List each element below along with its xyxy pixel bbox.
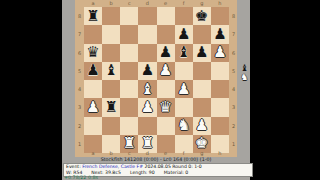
square-f7[interactable]: ♟ — [175, 25, 193, 43]
piece-black-pawn[interactable]: ♟ — [177, 27, 190, 42]
file-label-g: g — [193, 150, 211, 157]
rank-labels-right: 87654321 — [230, 7, 237, 153]
square-h8[interactable] — [211, 7, 229, 25]
square-c7[interactable] — [120, 25, 138, 43]
piece-white-pawn[interactable]: ♟ — [213, 45, 226, 60]
square-a3[interactable]: ♟ — [84, 98, 102, 116]
rank-label-2: 2 — [230, 117, 237, 135]
square-g7[interactable] — [193, 25, 211, 43]
square-f3[interactable] — [175, 98, 193, 116]
rank-label-6: 6 — [230, 44, 237, 62]
rank-label-8: 8 — [75, 7, 84, 25]
square-f8[interactable] — [175, 7, 193, 25]
video-frame: abcdefgh 87654321 87654321 ♜♚♟♟♛♟♝♟♟♟♝♟♟… — [0, 0, 320, 180]
stat-next-move: Next: 39.Bc5 — [91, 170, 121, 175]
rank-label-5: 5 — [230, 62, 237, 80]
rank-label-2: 2 — [75, 117, 84, 135]
piece-black-bishop[interactable]: ♝ — [177, 45, 190, 60]
piece-white-pawn[interactable]: ♟ — [177, 82, 190, 97]
stat-length: Length: 90 — [130, 170, 155, 175]
square-a7[interactable] — [84, 25, 102, 43]
chess-gui-panel: abcdefgh 87654321 87654321 ♜♚♟♟♛♟♝♟♟♟♝♟♟… — [62, 0, 250, 180]
square-e3[interactable]: ♛ — [157, 98, 175, 116]
piece-black-king[interactable]: ♚ — [195, 9, 208, 24]
square-a6[interactable]: ♛ — [84, 44, 102, 62]
square-b3[interactable]: ♜ — [102, 98, 120, 116]
stat-material: Material: 0 — [164, 170, 189, 175]
square-e4[interactable] — [157, 80, 175, 98]
square-b5[interactable]: ♝ — [102, 62, 120, 80]
square-g3[interactable] — [193, 98, 211, 116]
piece-black-rook[interactable]: ♜ — [104, 100, 117, 115]
piece-white-pawn[interactable]: ♟ — [159, 63, 172, 78]
square-h3[interactable] — [211, 98, 229, 116]
material-imbalance-tray: ♝ ♞ — [239, 64, 250, 82]
rank-label-1: 1 — [75, 135, 84, 153]
rank-label-4: 4 — [75, 80, 84, 98]
square-d5[interactable]: ♟ — [138, 62, 156, 80]
square-b4[interactable] — [102, 80, 120, 98]
piece-white-queen[interactable]: ♛ — [159, 100, 172, 115]
square-g5[interactable] — [193, 62, 211, 80]
engine-eval-text: +0.78/22 0.8s — [64, 175, 98, 180]
piece-black-pawn[interactable]: ♟ — [86, 63, 99, 78]
file-label-f: f — [175, 150, 193, 157]
file-label-a: a — [84, 150, 102, 157]
event-rest: 2024.08.05 Round 0: 1-0 — [143, 164, 202, 169]
file-label-c: c — [120, 0, 138, 7]
file-label-e: e — [157, 0, 175, 7]
piece-black-pawn[interactable]: ♟ — [141, 63, 154, 78]
square-e2[interactable] — [157, 117, 175, 135]
square-c6[interactable] — [120, 44, 138, 62]
white-knight-icon: ♞ — [240, 73, 248, 82]
square-e5[interactable]: ♟ — [157, 62, 175, 80]
square-c8[interactable] — [120, 7, 138, 25]
file-label-f: f — [175, 0, 193, 7]
event-label: Event: — [66, 164, 82, 169]
piece-white-bishop[interactable]: ♝ — [141, 82, 154, 97]
square-g2[interactable]: ♟ — [193, 117, 211, 135]
piece-black-queen[interactable]: ♛ — [86, 45, 99, 60]
file-labels-bottom: abcdefgh — [84, 150, 229, 157]
square-d6[interactable] — [138, 44, 156, 62]
file-label-a: a — [84, 0, 102, 7]
rank-label-8: 8 — [230, 7, 237, 25]
square-f6[interactable]: ♝ — [175, 44, 193, 62]
square-g6[interactable]: ♟ — [193, 44, 211, 62]
square-h7[interactable]: ♟ — [211, 25, 229, 43]
event-name: French Defense, Castle F# — [82, 164, 143, 169]
square-a5[interactable]: ♟ — [84, 62, 102, 80]
rank-labels-left: 87654321 — [75, 7, 84, 153]
square-d8[interactable] — [138, 7, 156, 25]
rank-label-1: 1 — [230, 135, 237, 153]
file-label-g: g — [193, 0, 211, 7]
square-c5[interactable] — [120, 62, 138, 80]
square-b7[interactable] — [102, 25, 120, 43]
square-e7[interactable] — [157, 25, 175, 43]
square-c3[interactable] — [120, 98, 138, 116]
piece-black-bishop[interactable]: ♝ — [104, 63, 117, 78]
square-d4[interactable]: ♝ — [138, 80, 156, 98]
square-c4[interactable] — [120, 80, 138, 98]
square-b8[interactable] — [102, 7, 120, 25]
square-d3[interactable]: ♟ — [138, 98, 156, 116]
square-h6[interactable]: ♟ — [211, 44, 229, 62]
file-label-b: b — [102, 150, 120, 157]
square-f5[interactable] — [175, 62, 193, 80]
square-b6[interactable] — [102, 44, 120, 62]
square-g8[interactable]: ♚ — [193, 7, 211, 25]
square-a4[interactable] — [84, 80, 102, 98]
file-label-c: c — [120, 150, 138, 157]
square-c2[interactable] — [120, 117, 138, 135]
square-f4[interactable]: ♟ — [175, 80, 193, 98]
stat-white: W: R54 — [66, 170, 82, 175]
square-g4[interactable] — [193, 80, 211, 98]
piece-black-pawn[interactable]: ♟ — [195, 45, 208, 60]
rank-label-5: 5 — [75, 62, 84, 80]
square-d2[interactable] — [138, 117, 156, 135]
square-d7[interactable] — [138, 25, 156, 43]
square-e8[interactable] — [157, 7, 175, 25]
piece-black-rook[interactable]: ♜ — [86, 9, 99, 24]
rank-label-4: 4 — [230, 80, 237, 98]
square-e6[interactable]: ♟ — [157, 44, 175, 62]
board-frame: abcdefgh 87654321 87654321 ♜♚♟♟♛♟♝♟♟♟♝♟♟… — [75, 0, 237, 157]
rank-label-3: 3 — [75, 98, 84, 116]
square-h5[interactable] — [211, 62, 229, 80]
file-label-b: b — [102, 0, 120, 7]
file-label-h: h — [211, 150, 229, 157]
rank-label-3: 3 — [230, 98, 237, 116]
square-h2[interactable] — [211, 117, 229, 135]
file-label-e: e — [157, 150, 175, 157]
chess-board[interactable]: ♜♚♟♟♛♟♝♟♟♟♝♟♟♝♟♟♜♟♛♞♟♜♜♚ — [84, 7, 229, 153]
file-label-h: h — [211, 0, 229, 7]
square-a8[interactable]: ♜ — [84, 7, 102, 25]
rank-label-7: 7 — [230, 25, 237, 43]
piece-black-pawn[interactable]: ♟ — [213, 27, 226, 42]
square-a2[interactable] — [84, 117, 102, 135]
file-label-d: d — [138, 0, 156, 7]
piece-white-pawn[interactable]: ♟ — [86, 100, 99, 115]
piece-white-pawn[interactable]: ♟ — [141, 100, 154, 115]
piece-black-pawn[interactable]: ♟ — [159, 45, 172, 60]
rank-label-6: 6 — [75, 44, 84, 62]
rank-label-7: 7 — [75, 25, 84, 43]
square-f2[interactable]: ♞ — [175, 117, 193, 135]
piece-white-knight[interactable]: ♞ — [177, 118, 190, 133]
square-h4[interactable] — [211, 80, 229, 98]
file-label-d: d — [138, 150, 156, 157]
square-b2[interactable] — [102, 117, 120, 135]
piece-white-pawn[interactable]: ♟ — [195, 118, 208, 133]
file-labels-top: abcdefgh — [84, 0, 229, 7]
